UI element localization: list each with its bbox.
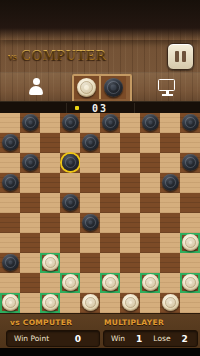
tray-cell-black [99,76,126,99]
board-square-r4c1[interactable] [0,173,20,193]
board-square-r4c2[interactable] [20,173,40,193]
black-piece[interactable] [22,114,39,131]
board-square-r3c5[interactable] [80,153,100,173]
tray-cell-white [74,76,99,99]
black-piece[interactable] [102,114,119,131]
player-bar [0,72,200,103]
board-square-r4c9[interactable] [160,173,180,193]
board-square-r5c1[interactable] [0,193,20,213]
tray-black-piece [104,78,123,97]
black-piece[interactable] [22,154,39,171]
white-piece[interactable] [2,294,19,311]
board-square-r1c4[interactable] [60,113,80,133]
pause-button[interactable] [167,43,194,70]
board-square-r1c10[interactable] [180,113,200,133]
stats-panel: vs COMPUTER MULTIPLAYER Win Point 0 Win … [0,313,200,349]
board-square-r8c7[interactable] [120,253,140,273]
board-square-r6c10[interactable] [180,213,200,233]
board-square-r1c7[interactable] [120,113,140,133]
board-square-r1c8[interactable] [140,113,160,133]
board-square-r5c6[interactable] [100,193,120,213]
board-square-r9c8[interactable] [140,273,160,293]
board-square-r2c9[interactable] [160,133,180,153]
win-value: 1 [136,334,142,344]
board-square-r4c4[interactable] [60,173,80,193]
white-piece[interactable] [182,274,199,291]
board-square-r3c10[interactable] [180,153,200,173]
win-point-box: Win Point 0 [6,330,100,347]
board-square-r9c9[interactable] [160,273,180,293]
black-piece[interactable] [2,134,19,151]
win-point-label: Win Point [14,334,49,343]
board-square-r3c4[interactable] [60,153,80,173]
board-square-r2c4[interactable] [60,133,80,153]
board-square-r4c10[interactable] [180,173,200,193]
board-square-r7c1[interactable] [0,233,20,253]
vs-computer-label: vs COMPUTER [10,318,72,327]
black-piece[interactable] [62,114,79,131]
black-piece[interactable] [182,154,199,171]
board-square-r6c8[interactable] [140,213,160,233]
board-square-r3c1[interactable] [0,153,20,173]
board-square-r9c6[interactable] [100,273,120,293]
board-square-r7c8[interactable] [140,233,160,253]
board-square-r6c1[interactable] [0,213,20,233]
person-icon [29,78,43,96]
white-piece[interactable] [62,274,79,291]
white-piece[interactable] [182,234,199,251]
black-piece[interactable] [82,214,99,231]
board-square-r8c4[interactable] [60,253,80,273]
win-label: Win [111,334,125,343]
board-square-r3c9[interactable] [160,153,180,173]
board-square-r2c3[interactable] [40,133,60,153]
board-square-r6c6[interactable] [100,213,120,233]
title-vs: vs [8,51,17,62]
board-square-r10c5[interactable] [80,293,100,313]
board-square-r3c3[interactable] [40,153,60,173]
tray-white-piece [77,78,96,97]
board-square-r4c6[interactable] [100,173,120,193]
page-title: vs COMPUTER [8,45,107,65]
white-piece[interactable] [142,274,159,291]
board-square-r3c6[interactable] [100,153,120,173]
board-square-r5c3[interactable] [40,193,60,213]
white-piece[interactable] [102,274,119,291]
lose-label: Lose [153,334,170,343]
board-square-r9c3[interactable] [40,273,60,293]
board-square-r4c7[interactable] [120,173,140,193]
board-square-r7c3[interactable] [40,233,60,253]
board [0,113,200,313]
pause-icon [175,51,179,62]
board-square-r7c9[interactable] [160,233,180,253]
black-piece[interactable] [162,174,179,191]
black-piece[interactable] [142,114,159,131]
board-square-r5c10[interactable] [180,193,200,213]
board-square-r7c10[interactable] [180,233,200,253]
board-square-r4c5[interactable] [80,173,100,193]
board-square-r6c5[interactable] [80,213,100,233]
board-square-r1c9[interactable] [160,113,180,133]
black-piece[interactable] [182,114,199,131]
white-piece[interactable] [42,294,59,311]
board-square-r2c5[interactable] [80,133,100,153]
board-square-r9c5[interactable] [80,273,100,293]
white-piece[interactable] [122,294,139,311]
board-square-r10c6[interactable] [100,293,120,313]
board-square-r10c9[interactable] [160,293,180,313]
board-square-r6c9[interactable] [160,213,180,233]
board-square-r5c9[interactable] [160,193,180,213]
board-square-r5c8[interactable] [140,193,160,213]
board-square-r3c7[interactable] [120,153,140,173]
board-square-r8c9[interactable] [160,253,180,273]
white-piece[interactable] [42,254,59,271]
board-square-r2c6[interactable] [100,133,120,153]
board-square-r10c3[interactable] [40,293,60,313]
board-square-r10c1[interactable] [0,293,20,313]
board-square-r1c5[interactable] [80,113,100,133]
board-square-r7c6[interactable] [100,233,120,253]
black-piece[interactable] [2,254,19,271]
monitor-icon [158,79,176,96]
board-square-r9c2[interactable] [20,273,40,293]
board-square-r8c3[interactable] [40,253,60,273]
board-square-r1c2[interactable] [20,113,40,133]
bottom-black-bar [0,348,200,356]
board-square-r9c1[interactable] [0,273,20,293]
board-square-r1c1[interactable] [0,113,20,133]
board-square-r2c2[interactable] [20,133,40,153]
board-square-r6c2[interactable] [20,213,40,233]
board-square-r9c4[interactable] [60,273,80,293]
board-square-r3c8[interactable] [140,153,160,173]
black-piece[interactable] [62,194,79,211]
board-square-r8c1[interactable] [0,253,20,273]
top-header [0,0,200,40]
white-piece[interactable] [82,294,99,311]
board-square-r4c8[interactable] [140,173,160,193]
board-square-r8c5[interactable] [80,253,100,273]
board-square-r5c7[interactable] [120,193,140,213]
board-square-r5c4[interactable] [60,193,80,213]
board-square-r6c3[interactable] [40,213,60,233]
board-square-r10c2[interactable] [20,293,40,313]
board-square-r6c7[interactable] [120,213,140,233]
pause-icon [182,51,186,62]
board-square-r10c10[interactable] [180,293,200,313]
board-square-r9c10[interactable] [180,273,200,293]
win-point-value: 0 [75,334,81,344]
board-square-r8c6[interactable] [100,253,120,273]
board-square-r9c7[interactable] [120,273,140,293]
multiplayer-box: Win 1 Lose 2 [103,330,198,347]
title-computer: COMPUTER [21,48,107,63]
board-square-r8c8[interactable] [140,253,160,273]
board-square-r1c3[interactable] [40,113,60,133]
app-screen: vs COMPUTER 03 vs COMPUTE [0,0,200,356]
board-square-r7c2[interactable] [20,233,40,253]
lose-value: 2 [182,334,188,344]
board-square-r10c7[interactable] [120,293,140,313]
board-square-r3c2[interactable] [20,153,40,173]
black-piece[interactable] [2,174,19,191]
board-square-r7c4[interactable] [60,233,80,253]
board-square-r2c7[interactable] [120,133,140,153]
board-square-r4c3[interactable] [40,173,60,193]
board-square-r7c5[interactable] [80,233,100,253]
board-square-r10c4[interactable] [60,293,80,313]
board-square-r6c4[interactable] [60,213,80,233]
black-piece[interactable] [82,134,99,151]
board-square-r5c5[interactable] [80,193,100,213]
board-square-r2c10[interactable] [180,133,200,153]
board-square-r1c6[interactable] [100,113,120,133]
board-square-r5c2[interactable] [20,193,40,213]
board-square-r2c8[interactable] [140,133,160,153]
board-square-r2c1[interactable] [0,133,20,153]
board-square-r8c10[interactable] [180,253,200,273]
multiplayer-label: MULTIPLAYER [104,318,164,327]
board-square-r7c7[interactable] [120,233,140,253]
white-piece[interactable] [162,294,179,311]
black-piece[interactable] [62,154,79,171]
board-square-r10c8[interactable] [140,293,160,313]
board-square-r8c2[interactable] [20,253,40,273]
